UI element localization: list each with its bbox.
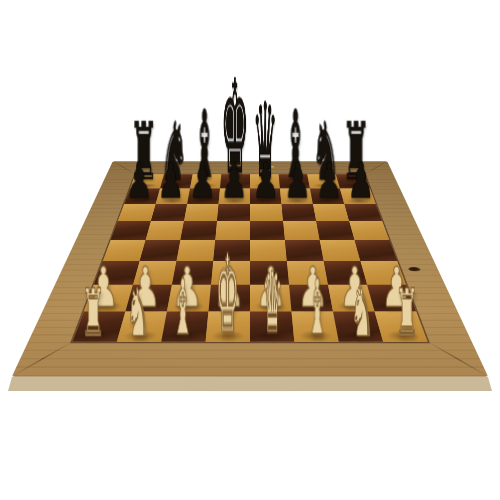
square-f1[interactable]: ♝ (292, 311, 339, 341)
board-frame: ♜♞♝♚♛♝♞♜♟♟♟♟♟♟♟♟♟♟♟♟♟♟♟♟♜♞♝♚♛♝♞♜ (12, 161, 488, 376)
square-b5[interactable] (146, 221, 184, 240)
square-b6[interactable] (151, 204, 187, 221)
square-f5[interactable] (283, 221, 320, 240)
square-e5[interactable] (250, 221, 285, 240)
square-c5[interactable] (180, 221, 217, 240)
piece-black-pawn-h7[interactable]: ♟ (347, 157, 375, 206)
piece-black-pawn-d7[interactable]: ♟ (220, 157, 248, 206)
piece-white-bishop-c1[interactable]: ♝ (172, 269, 193, 346)
piece-white-bishop-f1[interactable]: ♝ (307, 269, 328, 346)
piece-white-rook-a1[interactable]: ♜ (81, 281, 105, 346)
chess-board: ♜♞♝♚♛♝♞♜♟♟♟♟♟♟♟♟♟♟♟♟♟♟♟♟♜♞♝♚♛♝♞♜ (72, 174, 427, 342)
square-c6[interactable] (184, 204, 219, 221)
piece-white-knight-b1[interactable]: ♞ (126, 280, 150, 347)
square-b1[interactable]: ♞ (117, 311, 167, 341)
square-f7[interactable]: ♟ (280, 188, 313, 204)
piece-black-pawn-b7[interactable]: ♟ (157, 157, 185, 206)
piece-black-pawn-c7[interactable]: ♟ (189, 157, 217, 206)
square-d1[interactable]: ♚ (206, 311, 250, 341)
square-f6[interactable] (281, 204, 316, 221)
frame-miter-joint (427, 341, 490, 377)
piece-black-pawn-a7[interactable]: ♟ (125, 157, 153, 206)
square-g7[interactable]: ♟ (310, 188, 344, 204)
square-a6[interactable] (118, 204, 156, 221)
square-d6[interactable] (217, 204, 250, 221)
square-e6[interactable] (250, 204, 283, 221)
piece-black-pawn-g7[interactable]: ♟ (315, 157, 343, 206)
square-e7[interactable]: ♟ (250, 188, 281, 204)
square-h5[interactable] (349, 221, 389, 240)
square-d7[interactable]: ♟ (219, 188, 250, 204)
square-h6[interactable] (344, 204, 382, 221)
piece-white-knight-g1[interactable]: ♞ (350, 280, 374, 347)
piece-white-king-d1[interactable]: ♚ (216, 241, 239, 347)
square-g6[interactable] (313, 204, 349, 221)
square-c7[interactable]: ♟ (187, 188, 220, 204)
piece-black-pawn-e7[interactable]: ♟ (252, 157, 280, 206)
piece-black-pawn-f7[interactable]: ♟ (284, 157, 312, 206)
square-a5[interactable] (111, 221, 151, 240)
frame-miter-joint (11, 341, 74, 377)
piece-white-rook-h1[interactable]: ♜ (395, 281, 419, 346)
square-c1[interactable]: ♝ (161, 311, 208, 341)
piece-white-queen-e1[interactable]: ♛ (262, 262, 283, 347)
square-h1[interactable]: ♜ (375, 311, 428, 341)
chess-set-photo: ♜♞♝♚♛♝♞♜♟♟♟♟♟♟♟♟♟♟♟♟♟♟♟♟♜♞♝♚♛♝♞♜ (0, 0, 500, 500)
square-g5[interactable] (316, 221, 354, 240)
square-e1[interactable]: ♛ (250, 311, 294, 341)
